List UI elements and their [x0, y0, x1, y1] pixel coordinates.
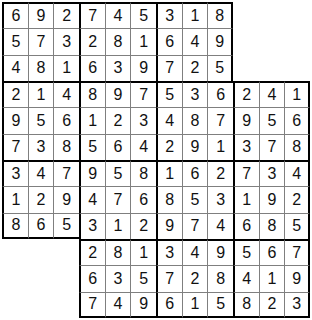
sudoku-cell-r5c4: 1	[79, 107, 105, 133]
sudoku-cell-r9c2: 6	[28, 213, 54, 239]
page-background: 6927453185732816494816397252148975362419…	[0, 0, 312, 320]
sudoku-cell-r2c7: 6	[156, 28, 182, 54]
sudoku-cell-r11c7: 7	[156, 265, 182, 291]
twin-sudoku-board: 6927453185732816494816397252148975362419…	[2, 2, 310, 318]
sudoku-cell-r7c10: 7	[233, 160, 259, 186]
sudoku-cell-r6c8: 9	[182, 134, 208, 160]
sudoku-cell-r8c3: 9	[53, 186, 79, 212]
empty-corner-region	[53, 265, 79, 291]
sudoku-cell-r4c10: 2	[233, 81, 259, 107]
sudoku-cell-r4c1: 2	[2, 81, 28, 107]
sudoku-cell-r2c8: 4	[182, 28, 208, 54]
sudoku-cell-r9c5: 1	[105, 213, 131, 239]
sudoku-cell-r5c1: 9	[2, 107, 28, 133]
sudoku-cell-r7c5: 5	[105, 160, 131, 186]
sudoku-cell-r7c11: 3	[259, 160, 285, 186]
sudoku-cell-r12c10: 8	[233, 292, 259, 318]
sudoku-cell-r4c3: 4	[53, 81, 79, 107]
sudoku-cell-r6c3: 8	[53, 134, 79, 160]
sudoku-cell-r10c7: 3	[156, 239, 182, 265]
sudoku-cell-r8c9: 3	[207, 186, 233, 212]
sudoku-cell-r9c6: 2	[130, 213, 156, 239]
sudoku-cell-r11c5: 3	[105, 265, 131, 291]
sudoku-cell-r9c10: 6	[233, 213, 259, 239]
sudoku-cell-r6c12: 8	[284, 134, 310, 160]
sudoku-cell-r5c11: 5	[259, 107, 285, 133]
sudoku-cell-r9c11: 8	[259, 213, 285, 239]
empty-corner-region	[2, 239, 28, 265]
sudoku-cell-r9c4: 3	[79, 213, 105, 239]
sudoku-cell-r2c3: 3	[53, 28, 79, 54]
sudoku-cell-r12c9: 5	[207, 292, 233, 318]
sudoku-cell-r9c7: 9	[156, 213, 182, 239]
sudoku-cell-r3c1: 4	[2, 55, 28, 81]
sudoku-cell-r7c1: 3	[2, 160, 28, 186]
sudoku-cell-r8c12: 2	[284, 186, 310, 212]
empty-corner-region	[28, 239, 54, 265]
sudoku-cell-r8c11: 9	[259, 186, 285, 212]
sudoku-cell-r2c9: 9	[207, 28, 233, 54]
sudoku-cell-r5c5: 2	[105, 107, 131, 133]
sudoku-cell-r8c6: 6	[130, 186, 156, 212]
sudoku-cell-r1c7: 3	[156, 2, 182, 28]
sudoku-cell-r3c5: 3	[105, 55, 131, 81]
sudoku-cell-r11c9: 8	[207, 265, 233, 291]
sudoku-cell-r6c9: 1	[207, 134, 233, 160]
empty-corner-region	[233, 55, 259, 81]
sudoku-cell-r7c3: 7	[53, 160, 79, 186]
sudoku-cell-r8c4: 4	[79, 186, 105, 212]
sudoku-cell-r8c5: 7	[105, 186, 131, 212]
sudoku-cell-r11c10: 4	[233, 265, 259, 291]
sudoku-cell-r8c1: 1	[2, 186, 28, 212]
sudoku-cell-r12c6: 9	[130, 292, 156, 318]
sudoku-cell-r12c8: 1	[182, 292, 208, 318]
sudoku-cell-r1c1: 6	[2, 2, 28, 28]
sudoku-cell-r7c2: 4	[28, 160, 54, 186]
sudoku-cell-r1c3: 2	[53, 2, 79, 28]
sudoku-cell-r12c12: 3	[284, 292, 310, 318]
sudoku-cell-r7c4: 9	[79, 160, 105, 186]
sudoku-cell-r3c2: 8	[28, 55, 54, 81]
sudoku-cell-r2c2: 7	[28, 28, 54, 54]
sudoku-cell-r1c4: 7	[79, 2, 105, 28]
sudoku-cell-r12c5: 4	[105, 292, 131, 318]
sudoku-cell-r11c12: 9	[284, 265, 310, 291]
sudoku-cell-r5c9: 7	[207, 107, 233, 133]
sudoku-cell-r1c8: 1	[182, 2, 208, 28]
sudoku-cell-r2c5: 8	[105, 28, 131, 54]
empty-corner-region	[28, 292, 54, 318]
sudoku-cell-r6c2: 3	[28, 134, 54, 160]
empty-corner-region	[284, 28, 310, 54]
sudoku-cell-r8c10: 1	[233, 186, 259, 212]
empty-corner-region	[233, 28, 259, 54]
empty-corner-region	[259, 2, 285, 28]
sudoku-cell-r8c7: 8	[156, 186, 182, 212]
sudoku-cell-r11c6: 5	[130, 265, 156, 291]
sudoku-cell-r7c9: 2	[207, 160, 233, 186]
sudoku-cell-r3c9: 5	[207, 55, 233, 81]
sudoku-cell-r3c6: 9	[130, 55, 156, 81]
sudoku-cell-r5c6: 3	[130, 107, 156, 133]
sudoku-cell-r6c4: 5	[79, 134, 105, 160]
empty-corner-region	[259, 28, 285, 54]
sudoku-cell-r2c6: 1	[130, 28, 156, 54]
sudoku-cell-r8c2: 2	[28, 186, 54, 212]
sudoku-cell-r2c1: 5	[2, 28, 28, 54]
empty-corner-region	[28, 265, 54, 291]
sudoku-cell-r9c3: 5	[53, 213, 79, 239]
sudoku-cell-r7c7: 1	[156, 160, 182, 186]
sudoku-cell-r1c6: 5	[130, 2, 156, 28]
sudoku-cell-r10c10: 5	[233, 239, 259, 265]
sudoku-cell-r6c5: 6	[105, 134, 131, 160]
sudoku-cell-r5c12: 6	[284, 107, 310, 133]
sudoku-cell-r11c8: 2	[182, 265, 208, 291]
sudoku-cell-r5c7: 4	[156, 107, 182, 133]
sudoku-cell-r5c2: 5	[28, 107, 54, 133]
sudoku-cell-r4c2: 1	[28, 81, 54, 107]
sudoku-cell-r6c6: 4	[130, 134, 156, 160]
sudoku-cell-r12c11: 2	[259, 292, 285, 318]
sudoku-cell-r1c5: 4	[105, 2, 131, 28]
sudoku-cell-r9c9: 4	[207, 213, 233, 239]
sudoku-cell-r10c8: 4	[182, 239, 208, 265]
sudoku-cell-r5c3: 6	[53, 107, 79, 133]
empty-corner-region	[284, 55, 310, 81]
sudoku-cell-r6c10: 3	[233, 134, 259, 160]
sudoku-cell-r10c9: 9	[207, 239, 233, 265]
sudoku-cell-r3c4: 6	[79, 55, 105, 81]
sudoku-cell-r11c11: 1	[259, 265, 285, 291]
sudoku-cell-r6c1: 7	[2, 134, 28, 160]
sudoku-cell-r4c6: 7	[130, 81, 156, 107]
empty-corner-region	[259, 55, 285, 81]
sudoku-cell-r3c7: 7	[156, 55, 182, 81]
sudoku-cell-r5c10: 9	[233, 107, 259, 133]
sudoku-cell-r7c6: 8	[130, 160, 156, 186]
sudoku-cell-r10c4: 2	[79, 239, 105, 265]
sudoku-cell-r4c7: 5	[156, 81, 182, 107]
sudoku-cell-r10c12: 7	[284, 239, 310, 265]
sudoku-cell-r4c5: 9	[105, 81, 131, 107]
sudoku-cell-r11c4: 6	[79, 265, 105, 291]
sudoku-cell-r7c12: 4	[284, 160, 310, 186]
sudoku-cell-r9c8: 7	[182, 213, 208, 239]
sudoku-cell-r12c4: 7	[79, 292, 105, 318]
sudoku-cell-r8c8: 5	[182, 186, 208, 212]
sudoku-cell-r1c2: 9	[28, 2, 54, 28]
sudoku-cell-r10c5: 8	[105, 239, 131, 265]
empty-corner-region	[53, 292, 79, 318]
sudoku-cell-r1c9: 8	[207, 2, 233, 28]
sudoku-cell-r4c9: 6	[207, 81, 233, 107]
empty-corner-region	[284, 2, 310, 28]
empty-corner-region	[2, 265, 28, 291]
sudoku-cell-r3c8: 2	[182, 55, 208, 81]
sudoku-cell-r2c4: 2	[79, 28, 105, 54]
sudoku-cell-r4c8: 3	[182, 81, 208, 107]
sudoku-cell-r7c8: 6	[182, 160, 208, 186]
empty-corner-region	[233, 2, 259, 28]
sudoku-cell-r12c7: 6	[156, 292, 182, 318]
sudoku-cell-r4c4: 8	[79, 81, 105, 107]
sudoku-cell-r9c12: 5	[284, 213, 310, 239]
empty-corner-region	[2, 292, 28, 318]
sudoku-cell-r4c12: 1	[284, 81, 310, 107]
sudoku-cell-r10c6: 1	[130, 239, 156, 265]
sudoku-cell-r4c11: 4	[259, 81, 285, 107]
sudoku-cell-r3c3: 1	[53, 55, 79, 81]
sudoku-cell-r6c11: 7	[259, 134, 285, 160]
sudoku-cell-r9c1: 8	[2, 213, 28, 239]
sudoku-cell-r10c11: 6	[259, 239, 285, 265]
sudoku-cell-r5c8: 8	[182, 107, 208, 133]
empty-corner-region	[53, 239, 79, 265]
sudoku-cell-r6c7: 2	[156, 134, 182, 160]
